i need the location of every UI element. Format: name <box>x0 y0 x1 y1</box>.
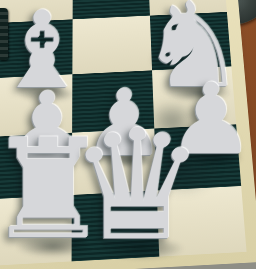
white-queen-g1[interactable]: ♛ <box>69 110 205 262</box>
chess-3d-scene: ♝♞♟♟♟♜♛ <box>0 0 256 269</box>
